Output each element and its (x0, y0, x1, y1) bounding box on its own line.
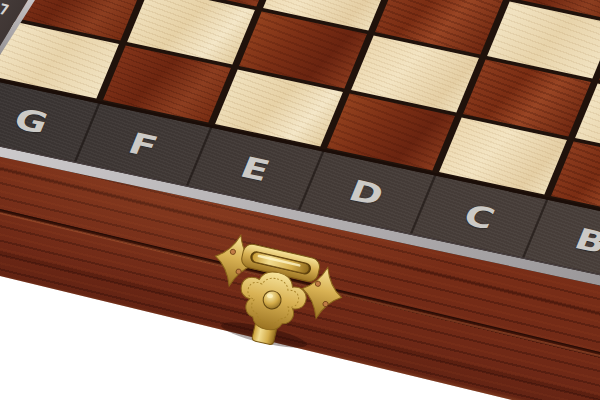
file-label: F (125, 128, 162, 161)
left-border-corner: 7 (0, 0, 42, 64)
file-label: G (10, 104, 52, 138)
brass-clasp-icon (196, 226, 366, 366)
file-label: C (460, 200, 499, 233)
chess-box-photo: HGFEDCBA 7 (0, 0, 600, 400)
file-label: D (346, 176, 389, 210)
file-label: E (237, 152, 274, 185)
file-label: B (571, 224, 600, 257)
